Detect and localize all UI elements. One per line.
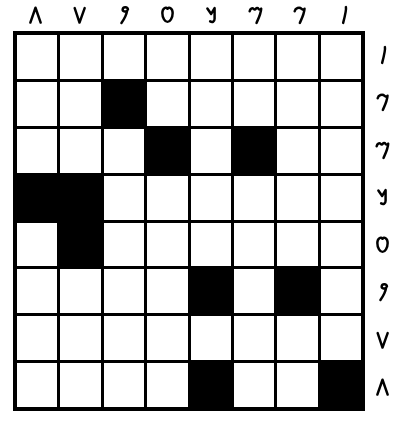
empty-cell[interactable] [147, 82, 187, 126]
row-label-7 [365, 316, 400, 364]
empty-cell[interactable] [321, 223, 361, 267]
row-label-2 [365, 79, 400, 127]
empty-cell[interactable] [17, 223, 57, 267]
empty-cell[interactable] [191, 176, 231, 220]
empty-cell[interactable] [321, 176, 361, 220]
empty-cell[interactable] [191, 129, 231, 173]
empty-cell[interactable] [17, 269, 57, 313]
blocked-cell [191, 269, 231, 313]
puzzle-page [0, 0, 400, 437]
empty-cell[interactable] [60, 129, 100, 173]
empty-cell[interactable] [234, 363, 274, 407]
row-label-6 [365, 269, 400, 317]
row-label-4 [365, 174, 400, 222]
column-label-8 [13, 0, 57, 30]
empty-cell[interactable] [321, 316, 361, 360]
empty-cell[interactable] [104, 129, 144, 173]
row-label-5 [365, 221, 400, 269]
empty-cell[interactable] [277, 223, 317, 267]
empty-cell[interactable] [147, 363, 187, 407]
empty-cell[interactable] [277, 176, 317, 220]
column-label-1 [321, 0, 365, 30]
empty-cell[interactable] [17, 82, 57, 126]
row-label-8 [365, 364, 400, 412]
blocked-cell [104, 82, 144, 126]
blocked-cell [147, 129, 187, 173]
empty-cell[interactable] [234, 176, 274, 220]
empty-cell[interactable] [234, 316, 274, 360]
empty-cell[interactable] [147, 223, 187, 267]
empty-cell[interactable] [60, 363, 100, 407]
blocked-cell [321, 363, 361, 407]
column-label-7 [57, 0, 101, 30]
row-label-3 [365, 126, 400, 174]
empty-cell[interactable] [234, 269, 274, 313]
empty-cell[interactable] [234, 35, 274, 79]
empty-cell[interactable] [104, 269, 144, 313]
column-label-4 [189, 0, 233, 30]
column-labels [13, 0, 365, 30]
empty-cell[interactable] [234, 223, 274, 267]
column-label-3 [233, 0, 277, 30]
empty-cell[interactable] [104, 363, 144, 407]
empty-cell[interactable] [147, 35, 187, 79]
empty-cell[interactable] [17, 35, 57, 79]
row-labels [365, 31, 400, 411]
empty-cell[interactable] [321, 35, 361, 79]
empty-cell[interactable] [234, 82, 274, 126]
empty-cell[interactable] [147, 176, 187, 220]
empty-cell[interactable] [191, 223, 231, 267]
empty-cell[interactable] [321, 82, 361, 126]
row-label-1 [365, 31, 400, 79]
blocked-cell [191, 363, 231, 407]
empty-cell[interactable] [60, 82, 100, 126]
puzzle-grid [13, 31, 365, 411]
column-label-5 [145, 0, 189, 30]
empty-cell[interactable] [277, 35, 317, 79]
empty-cell[interactable] [104, 35, 144, 79]
empty-cell[interactable] [191, 35, 231, 79]
blocked-cell [60, 176, 100, 220]
blocked-cell [60, 223, 100, 267]
empty-cell[interactable] [277, 82, 317, 126]
empty-cell[interactable] [191, 316, 231, 360]
blocked-cell [17, 176, 57, 220]
blocked-cell [234, 129, 274, 173]
empty-cell[interactable] [277, 316, 317, 360]
empty-cell[interactable] [104, 316, 144, 360]
empty-cell[interactable] [104, 176, 144, 220]
column-label-2 [277, 0, 321, 30]
column-label-6 [101, 0, 145, 30]
blocked-cell [277, 269, 317, 313]
empty-cell[interactable] [191, 82, 231, 126]
empty-cell[interactable] [17, 129, 57, 173]
empty-cell[interactable] [60, 269, 100, 313]
empty-cell[interactable] [17, 363, 57, 407]
empty-cell[interactable] [277, 363, 317, 407]
empty-cell[interactable] [147, 269, 187, 313]
empty-cell[interactable] [321, 129, 361, 173]
empty-cell[interactable] [147, 316, 187, 360]
empty-cell[interactable] [104, 223, 144, 267]
empty-cell[interactable] [17, 316, 57, 360]
empty-cell[interactable] [60, 316, 100, 360]
empty-cell[interactable] [60, 35, 100, 79]
empty-cell[interactable] [277, 129, 317, 173]
empty-cell[interactable] [321, 269, 361, 313]
